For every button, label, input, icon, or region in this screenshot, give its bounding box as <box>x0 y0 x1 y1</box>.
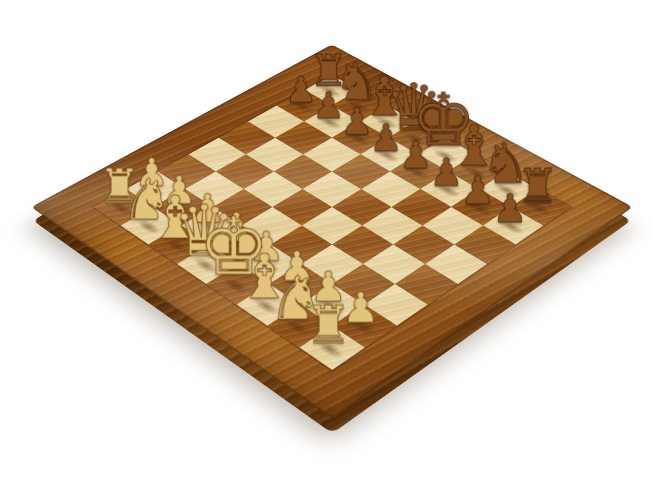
product-photo-stage: ♜♞♝♛♚♝♞♜♟♟♟♟♟♟♟♟♟♟♟♟♟♟♟♟♜♞♝♛♚♝♞♜ <box>0 0 652 489</box>
square-h1[interactable]: ♜ <box>299 326 365 370</box>
chess-board: ♜♞♝♛♚♝♞♜♟♟♟♟♟♟♟♟♟♟♟♟♟♟♟♟♜♞♝♛♚♝♞♜ <box>31 44 632 419</box>
chess-board-squares: ♜♞♝♛♚♝♞♜♟♟♟♟♟♟♟♟♟♟♟♟♟♟♟♟♜♞♝♛♚♝♞♜ <box>94 75 571 370</box>
white-rook-glyph: ♜ <box>291 298 365 351</box>
board-frame: ♜♞♝♛♚♝♞♜♟♟♟♟♟♟♟♟♟♟♟♟♟♟♟♟♜♞♝♛♚♝♞♜ <box>31 44 632 419</box>
black-pawn-glyph: ♟ <box>476 189 544 228</box>
